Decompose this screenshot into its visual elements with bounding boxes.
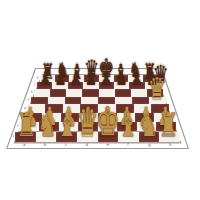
- board-rank-6: [34, 89, 163, 96]
- spare-white-queen[interactable]: ♛: [147, 75, 167, 104]
- black-pawn-f7[interactable]: ♟: [115, 71, 128, 90]
- square-b6[interactable]: [50, 89, 66, 96]
- square-e6[interactable]: [99, 89, 115, 96]
- rank-label-7: 7: [33, 84, 35, 88]
- black-pawn-b7[interactable]: ♟: [54, 71, 67, 90]
- file-label-a: a: [23, 143, 25, 147]
- file-label-b: b: [44, 143, 47, 147]
- rank-label-1: 1: [12, 135, 14, 139]
- white-rook-h1[interactable]: ♜: [157, 108, 180, 141]
- chess-set-photo: abcdefgh12345678 ♜♞♝♛♚♝♞♜♛♟♟♟♟♟♟♟♟♛♟♟♟♟♟…: [0, 0, 200, 200]
- black-pawn-g7[interactable]: ♟: [130, 71, 143, 90]
- square-c6[interactable]: [66, 89, 82, 96]
- file-label-g: g: [148, 143, 151, 147]
- black-pawn-e7[interactable]: ♟: [100, 71, 113, 90]
- square-g6[interactable]: [131, 89, 147, 96]
- file-label-f: f: [127, 143, 128, 147]
- square-d6[interactable]: [82, 89, 98, 96]
- file-label-c: c: [65, 143, 67, 147]
- file-label-h: h: [169, 143, 172, 147]
- black-pawn-c7[interactable]: ♟: [69, 71, 82, 90]
- white-bishop-f1[interactable]: ♝: [117, 108, 140, 141]
- square-a6[interactable]: [34, 89, 50, 96]
- white-rook-a1[interactable]: ♜: [15, 108, 38, 141]
- white-knight-b1[interactable]: ♞: [36, 110, 58, 141]
- white-knight-g1[interactable]: ♞: [138, 110, 160, 141]
- square-f6[interactable]: [115, 89, 131, 96]
- rank-label-6: 6: [30, 91, 32, 95]
- black-pawn-a7[interactable]: ♟: [39, 71, 52, 90]
- black-pawn-d7[interactable]: ♟: [85, 71, 98, 90]
